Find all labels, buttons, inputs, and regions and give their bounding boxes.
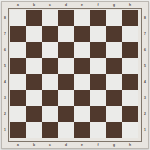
square-g1[interactable]	[106, 122, 122, 138]
coord-label: 7	[143, 30, 146, 39]
square-a6[interactable]	[10, 42, 26, 58]
square-g2[interactable]	[106, 106, 122, 122]
file-labels-bottom: abcdefgh	[10, 142, 138, 148]
square-f8[interactable]	[90, 10, 106, 26]
coord-label: h	[126, 143, 135, 146]
square-h6[interactable]	[122, 42, 138, 58]
coord-label: d	[62, 143, 71, 146]
square-h4[interactable]	[122, 74, 138, 90]
square-a4[interactable]	[10, 74, 26, 90]
square-a3[interactable]	[10, 90, 26, 106]
square-f4[interactable]	[90, 74, 106, 90]
square-g8[interactable]	[106, 10, 122, 26]
coord-label: 1	[143, 126, 146, 135]
square-g5[interactable]	[106, 58, 122, 74]
square-d5[interactable]	[58, 58, 74, 74]
square-a7[interactable]	[10, 26, 26, 42]
coord-label: d	[62, 3, 71, 6]
coord-label: f	[94, 143, 103, 146]
square-g3[interactable]	[106, 90, 122, 106]
coord-label: g	[110, 3, 119, 6]
square-h3[interactable]	[122, 90, 138, 106]
square-d3[interactable]	[58, 90, 74, 106]
coord-label: h	[126, 3, 135, 6]
square-b1[interactable]	[26, 122, 42, 138]
chessboard-mat: abcdefgh abcdefgh 87654321 87654321	[1, 1, 149, 149]
square-b3[interactable]	[26, 90, 42, 106]
square-c1[interactable]	[42, 122, 58, 138]
square-e7[interactable]	[74, 26, 90, 42]
coord-label: e	[78, 3, 87, 6]
square-f2[interactable]	[90, 106, 106, 122]
coord-label: 5	[143, 62, 146, 71]
coord-label: c	[46, 3, 55, 6]
square-a1[interactable]	[10, 122, 26, 138]
square-f1[interactable]	[90, 122, 106, 138]
coord-label: b	[30, 143, 39, 146]
coord-label: 6	[143, 46, 146, 55]
square-d1[interactable]	[58, 122, 74, 138]
square-g4[interactable]	[106, 74, 122, 90]
square-e3[interactable]	[74, 90, 90, 106]
coord-label: 3	[143, 94, 146, 103]
rank-labels-left: 87654321	[2, 10, 8, 138]
square-e2[interactable]	[74, 106, 90, 122]
square-a5[interactable]	[10, 58, 26, 74]
square-f7[interactable]	[90, 26, 106, 42]
coord-label: 4	[3, 78, 6, 87]
square-b8[interactable]	[26, 10, 42, 26]
square-d6[interactable]	[58, 42, 74, 58]
square-f5[interactable]	[90, 58, 106, 74]
square-d8[interactable]	[58, 10, 74, 26]
square-c2[interactable]	[42, 106, 58, 122]
square-h2[interactable]	[122, 106, 138, 122]
square-c6[interactable]	[42, 42, 58, 58]
square-e6[interactable]	[74, 42, 90, 58]
file-labels-top: abcdefgh	[10, 2, 138, 8]
square-b5[interactable]	[26, 58, 42, 74]
rank-labels-right: 87654321	[142, 10, 148, 138]
coord-label: 2	[143, 110, 146, 119]
square-c7[interactable]	[42, 26, 58, 42]
coord-label: 6	[3, 46, 6, 55]
square-f6[interactable]	[90, 42, 106, 58]
square-h7[interactable]	[122, 26, 138, 42]
square-a2[interactable]	[10, 106, 26, 122]
coord-label: a	[14, 3, 23, 6]
coord-label: c	[46, 143, 55, 146]
square-e5[interactable]	[74, 58, 90, 74]
square-f3[interactable]	[90, 90, 106, 106]
coord-label: f	[94, 3, 103, 6]
square-c8[interactable]	[42, 10, 58, 26]
coord-label: b	[30, 3, 39, 6]
coord-label: 1	[3, 126, 6, 135]
square-d4[interactable]	[58, 74, 74, 90]
square-a8[interactable]	[10, 10, 26, 26]
square-h8[interactable]	[122, 10, 138, 26]
square-b6[interactable]	[26, 42, 42, 58]
square-h5[interactable]	[122, 58, 138, 74]
coord-label: g	[110, 143, 119, 146]
square-g6[interactable]	[106, 42, 122, 58]
square-d2[interactable]	[58, 106, 74, 122]
square-c3[interactable]	[42, 90, 58, 106]
square-b4[interactable]	[26, 74, 42, 90]
square-b7[interactable]	[26, 26, 42, 42]
coord-label: 8	[143, 14, 146, 23]
square-b2[interactable]	[26, 106, 42, 122]
coord-label: a	[14, 143, 23, 146]
coord-label: 2	[3, 110, 6, 119]
photo-background: abcdefgh abcdefgh 87654321 87654321	[0, 0, 150, 150]
coord-label: 3	[3, 94, 6, 103]
square-e4[interactable]	[74, 74, 90, 90]
square-c4[interactable]	[42, 74, 58, 90]
chessboard[interactable]	[10, 10, 138, 138]
coord-label: 8	[3, 14, 6, 23]
square-c5[interactable]	[42, 58, 58, 74]
coord-label: e	[78, 143, 87, 146]
square-d7[interactable]	[58, 26, 74, 42]
square-g7[interactable]	[106, 26, 122, 42]
coord-label: 5	[3, 62, 6, 71]
square-e1[interactable]	[74, 122, 90, 138]
coord-label: 4	[143, 78, 146, 87]
square-h1[interactable]	[122, 122, 138, 138]
coord-label: 7	[3, 30, 6, 39]
square-e8[interactable]	[74, 10, 90, 26]
